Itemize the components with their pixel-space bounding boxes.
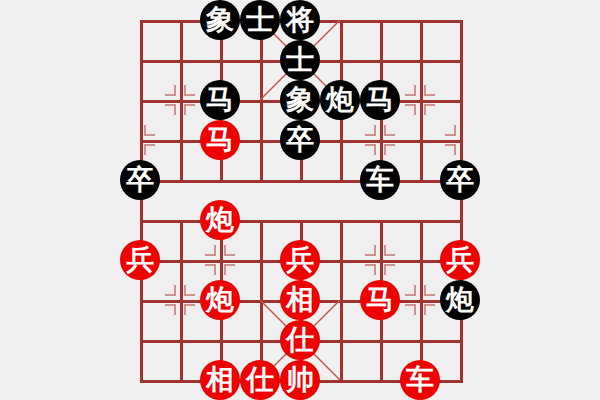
piece-black-advisor[interactable]: 士 bbox=[240, 0, 280, 40]
piece-red-cannon[interactable]: 炮 bbox=[200, 200, 240, 240]
piece-black-cannon[interactable]: 炮 bbox=[320, 80, 360, 120]
piece-black-soldier[interactable]: 卒 bbox=[280, 120, 320, 160]
piece-red-elephant[interactable]: 相 bbox=[200, 360, 240, 400]
piece-glyph: 炮 bbox=[206, 206, 234, 234]
piece-glyph: 马 bbox=[206, 86, 234, 114]
xiangqi-app: 象士将士马象炮马马卒卒车卒炮兵兵兵炮相马炮仕相仕帅车 bbox=[0, 0, 600, 400]
piece-glyph: 马 bbox=[366, 286, 394, 314]
piece-red-advisor[interactable]: 仕 bbox=[240, 360, 280, 400]
piece-red-cannon[interactable]: 炮 bbox=[200, 280, 240, 320]
piece-glyph: 炮 bbox=[326, 86, 354, 114]
piece-glyph: 马 bbox=[206, 126, 234, 154]
piece-red-soldier[interactable]: 兵 bbox=[440, 240, 480, 280]
piece-glyph: 象 bbox=[206, 6, 234, 34]
piece-red-soldier[interactable]: 兵 bbox=[280, 240, 320, 280]
piece-glyph: 卒 bbox=[446, 166, 474, 194]
piece-black-advisor[interactable]: 士 bbox=[280, 40, 320, 80]
piece-black-general[interactable]: 将 bbox=[280, 0, 320, 40]
piece-glyph: 帅 bbox=[286, 366, 314, 394]
piece-black-elephant[interactable]: 象 bbox=[200, 0, 240, 40]
piece-red-elephant[interactable]: 相 bbox=[280, 280, 320, 320]
piece-glyph: 仕 bbox=[246, 366, 274, 394]
piece-black-soldier[interactable]: 卒 bbox=[440, 160, 480, 200]
piece-black-chariot[interactable]: 车 bbox=[360, 160, 400, 200]
piece-glyph: 炮 bbox=[446, 286, 474, 314]
piece-glyph: 兵 bbox=[126, 246, 154, 274]
piece-glyph: 车 bbox=[406, 366, 434, 394]
piece-red-advisor[interactable]: 仕 bbox=[280, 320, 320, 360]
piece-glyph: 卒 bbox=[286, 126, 314, 154]
piece-black-cannon[interactable]: 炮 bbox=[440, 280, 480, 320]
piece-red-general[interactable]: 帅 bbox=[280, 360, 320, 400]
xiangqi-board: 象士将士马象炮马马卒卒车卒炮兵兵兵炮相马炮仕相仕帅车 bbox=[140, 20, 460, 380]
piece-glyph: 相 bbox=[206, 366, 234, 394]
piece-glyph: 将 bbox=[286, 6, 314, 34]
piece-black-horse[interactable]: 马 bbox=[360, 80, 400, 120]
piece-glyph: 相 bbox=[286, 286, 314, 314]
piece-black-elephant[interactable]: 象 bbox=[280, 80, 320, 120]
piece-black-horse[interactable]: 马 bbox=[200, 80, 240, 120]
piece-glyph: 卒 bbox=[126, 166, 154, 194]
piece-red-chariot[interactable]: 车 bbox=[400, 360, 440, 400]
piece-glyph: 象 bbox=[286, 86, 314, 114]
pieces-layer: 象士将士马象炮马马卒卒车卒炮兵兵兵炮相马炮仕相仕帅车 bbox=[140, 20, 460, 380]
piece-glyph: 马 bbox=[366, 86, 394, 114]
piece-glyph: 兵 bbox=[286, 246, 314, 274]
piece-red-horse[interactable]: 马 bbox=[360, 280, 400, 320]
piece-black-soldier[interactable]: 卒 bbox=[120, 160, 160, 200]
piece-red-soldier[interactable]: 兵 bbox=[120, 240, 160, 280]
piece-glyph: 士 bbox=[286, 46, 314, 74]
piece-glyph: 炮 bbox=[206, 286, 234, 314]
piece-glyph: 仕 bbox=[286, 326, 314, 354]
piece-glyph: 车 bbox=[366, 166, 394, 194]
piece-red-horse[interactable]: 马 bbox=[200, 120, 240, 160]
piece-glyph: 士 bbox=[246, 6, 274, 34]
piece-glyph: 兵 bbox=[446, 246, 474, 274]
